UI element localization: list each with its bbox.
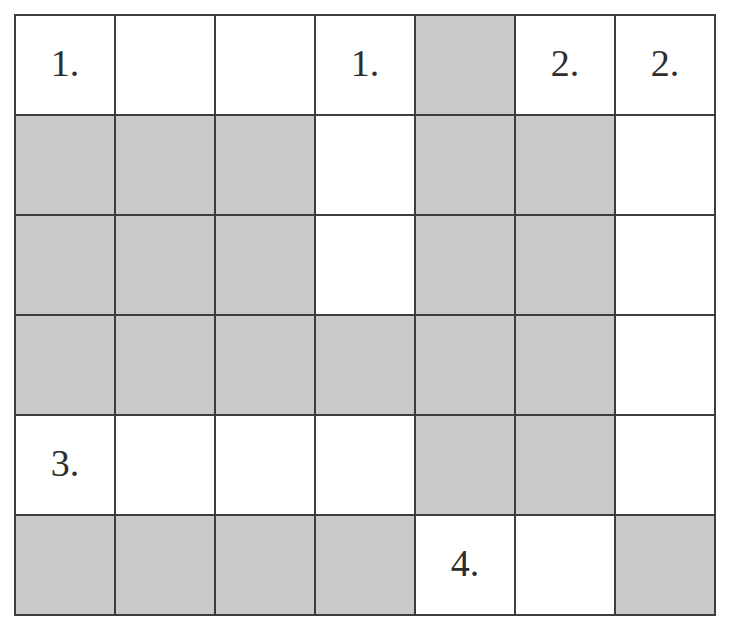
blocked-cell	[16, 216, 114, 314]
blocked-cell	[116, 116, 214, 214]
grid-cell[interactable]	[616, 416, 714, 514]
blocked-cell	[516, 116, 614, 214]
blocked-cell	[516, 416, 614, 514]
blocked-cell	[16, 516, 114, 614]
blocked-cell	[316, 316, 414, 414]
blocked-cell	[16, 316, 114, 414]
clue-number: 2.	[651, 44, 680, 82]
blocked-cell	[216, 116, 314, 214]
blocked-cell	[116, 516, 214, 614]
grid-cell[interactable]	[116, 416, 214, 514]
blocked-cell	[516, 316, 614, 414]
blocked-cell	[216, 516, 314, 614]
blocked-cell	[416, 316, 514, 414]
grid-cell[interactable]: 2.	[616, 16, 714, 114]
grid-cell[interactable]	[316, 116, 414, 214]
blocked-cell	[416, 216, 514, 314]
grid-cell[interactable]	[216, 416, 314, 514]
grid-cell[interactable]	[316, 216, 414, 314]
blocked-cell	[516, 216, 614, 314]
grid-cell[interactable]	[316, 416, 414, 514]
blocked-cell	[216, 216, 314, 314]
crossword-board: 1.1.2.2.3.4.	[14, 14, 716, 616]
clue-number: 1.	[351, 44, 380, 82]
blocked-cell	[416, 116, 514, 214]
grid-cell[interactable]	[216, 16, 314, 114]
grid-cell[interactable]	[116, 16, 214, 114]
grid-cell[interactable]: 4.	[416, 516, 514, 614]
grid-cell[interactable]: 3.	[16, 416, 114, 514]
grid-cell[interactable]	[616, 216, 714, 314]
clue-number: 4.	[451, 544, 480, 582]
blocked-cell	[216, 316, 314, 414]
blocked-cell	[416, 16, 514, 114]
clue-number: 2.	[551, 44, 580, 82]
clue-number: 1.	[51, 44, 80, 82]
blocked-cell	[16, 116, 114, 214]
blocked-cell	[116, 216, 214, 314]
grid-cell[interactable]: 1.	[16, 16, 114, 114]
grid-cell[interactable]: 2.	[516, 16, 614, 114]
grid-cell[interactable]	[616, 316, 714, 414]
blocked-cell	[316, 516, 414, 614]
blocked-cell	[116, 316, 214, 414]
grid-cell[interactable]: 1.	[316, 16, 414, 114]
blocked-cell	[616, 516, 714, 614]
grid-cell[interactable]	[616, 116, 714, 214]
grid-cell[interactable]	[516, 516, 614, 614]
clue-number: 3.	[51, 444, 80, 482]
blocked-cell	[416, 416, 514, 514]
